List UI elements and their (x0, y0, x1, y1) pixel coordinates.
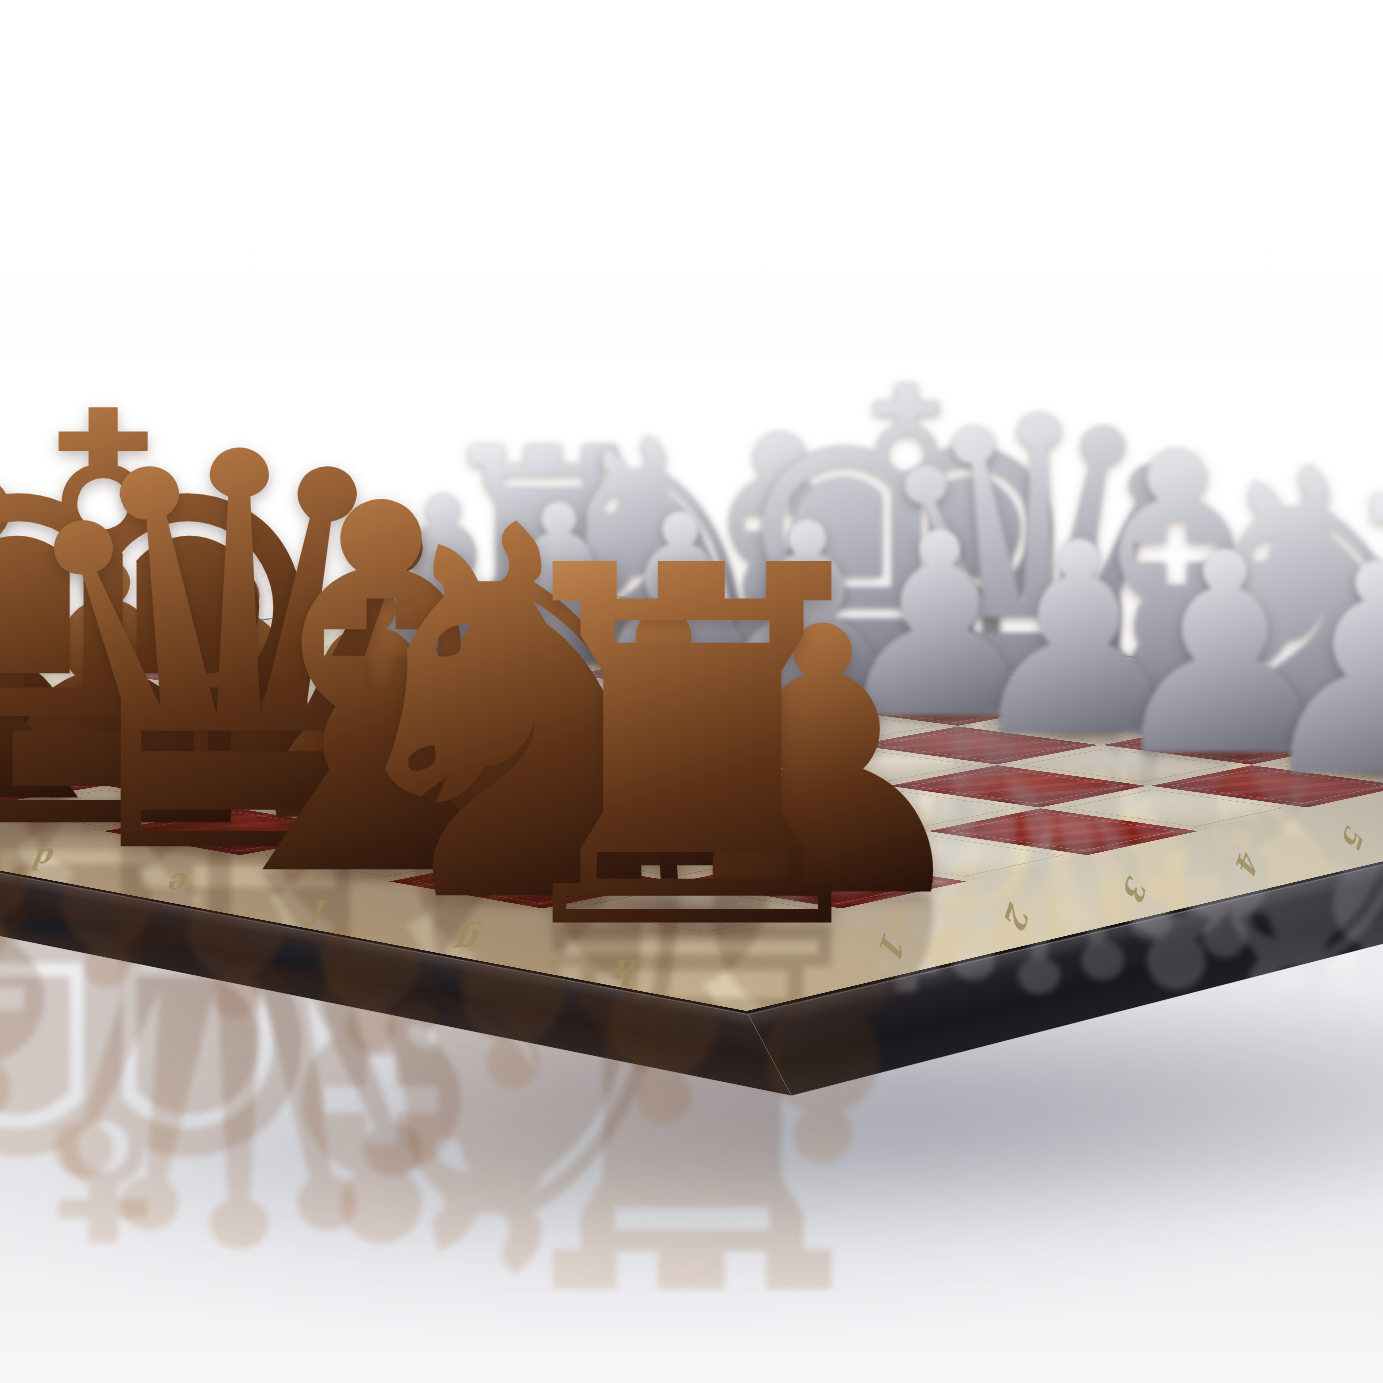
pieces-layer: abcdefgh12345678♜♜♞♞♝♝♚♚♛♛♝♝♞♞♜♜♟♟♟♟♟♟♟♟… (0, 0, 1383, 1383)
silver-pawn-h7: ♟ (1247, 526, 1383, 818)
bronze-rook-h1: ♜ (470, 504, 914, 999)
chess-set-photo: abcdefgh12345678♜♜♞♞♝♝♚♚♛♛♝♝♞♞♜♜♟♟♟♟♟♟♟♟… (0, 0, 1383, 1383)
